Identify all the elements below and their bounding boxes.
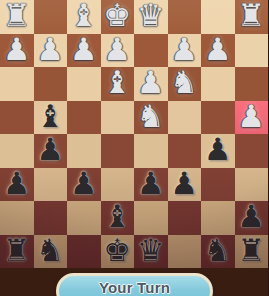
square-e5[interactable] bbox=[101, 134, 135, 168]
square-d3[interactable]: ♟ bbox=[134, 67, 168, 101]
square-g2[interactable]: ♟ bbox=[34, 34, 68, 68]
piece-black-knight[interactable]: ♞ bbox=[204, 233, 232, 267]
square-e4[interactable] bbox=[101, 101, 135, 135]
square-g4[interactable]: ♝ bbox=[34, 101, 68, 135]
piece-black-pawn[interactable]: ♟ bbox=[137, 166, 165, 200]
square-e3[interactable]: ♝ bbox=[101, 67, 135, 101]
piece-white-knight[interactable]: ♞ bbox=[137, 99, 165, 133]
square-g7[interactable] bbox=[34, 201, 68, 235]
piece-black-knight[interactable]: ♞ bbox=[36, 233, 64, 267]
square-d4[interactable]: ♞ bbox=[134, 101, 168, 135]
chess-board: ♜♝♚♛♜♟♟♟♟♟♟♝♟♞♝♞♟♟♟♟♟♟♟♝♟♜♞♚♛♞♜ bbox=[0, 0, 268, 268]
square-h5[interactable] bbox=[0, 134, 34, 168]
square-e8[interactable]: ♚ bbox=[101, 235, 135, 269]
square-d7[interactable] bbox=[134, 201, 168, 235]
square-e7[interactable]: ♝ bbox=[101, 201, 135, 235]
piece-white-pawn[interactable]: ♟ bbox=[170, 32, 198, 66]
square-d5[interactable] bbox=[134, 134, 168, 168]
square-h3[interactable] bbox=[0, 67, 34, 101]
turn-banner: Your Turn bbox=[56, 273, 213, 296]
square-c1[interactable] bbox=[168, 0, 202, 34]
turn-banner-label: Your Turn bbox=[99, 279, 170, 296]
square-g1[interactable] bbox=[34, 0, 68, 34]
piece-black-bishop[interactable]: ♝ bbox=[103, 200, 131, 234]
square-a7[interactable]: ♟ bbox=[235, 201, 269, 235]
square-g5[interactable]: ♟ bbox=[34, 134, 68, 168]
square-c2[interactable]: ♟ bbox=[168, 34, 202, 68]
piece-white-rook[interactable]: ♜ bbox=[3, 0, 31, 32]
piece-white-pawn[interactable]: ♟ bbox=[204, 32, 232, 66]
piece-white-king[interactable]: ♚ bbox=[103, 0, 131, 32]
square-a4-lastmove-highlight[interactable]: ♟ bbox=[235, 101, 269, 135]
square-d6[interactable]: ♟ bbox=[134, 168, 168, 202]
piece-white-pawn[interactable]: ♟ bbox=[36, 32, 64, 66]
piece-black-pawn[interactable]: ♟ bbox=[3, 166, 31, 200]
square-f2[interactable]: ♟ bbox=[67, 34, 101, 68]
piece-white-bishop[interactable]: ♝ bbox=[103, 66, 131, 100]
piece-black-pawn[interactable]: ♟ bbox=[170, 166, 198, 200]
square-a5[interactable] bbox=[235, 134, 269, 168]
square-h1[interactable]: ♜ bbox=[0, 0, 34, 34]
square-c3[interactable]: ♞ bbox=[168, 67, 202, 101]
square-b1[interactable] bbox=[201, 0, 235, 34]
square-g8[interactable]: ♞ bbox=[34, 235, 68, 269]
square-a2[interactable] bbox=[235, 34, 269, 68]
square-f8[interactable] bbox=[67, 235, 101, 269]
square-b3[interactable] bbox=[201, 67, 235, 101]
piece-white-pawn[interactable]: ♟ bbox=[103, 32, 131, 66]
piece-white-queen[interactable]: ♛ bbox=[137, 0, 165, 32]
piece-black-king[interactable]: ♚ bbox=[103, 233, 131, 267]
piece-white-pawn[interactable]: ♟ bbox=[70, 32, 98, 66]
square-f6[interactable]: ♟ bbox=[67, 168, 101, 202]
square-f5[interactable] bbox=[67, 134, 101, 168]
square-g6[interactable] bbox=[34, 168, 68, 202]
square-d8[interactable]: ♛ bbox=[134, 235, 168, 269]
square-e2[interactable]: ♟ bbox=[101, 34, 135, 68]
square-f3[interactable] bbox=[67, 67, 101, 101]
piece-black-pawn[interactable]: ♟ bbox=[36, 133, 64, 167]
square-e6[interactable] bbox=[101, 168, 135, 202]
piece-white-knight[interactable]: ♞ bbox=[170, 66, 198, 100]
piece-black-pawn[interactable]: ♟ bbox=[204, 133, 232, 167]
piece-black-bishop[interactable]: ♝ bbox=[36, 99, 64, 133]
square-h6[interactable]: ♟ bbox=[0, 168, 34, 202]
square-c7[interactable] bbox=[168, 201, 202, 235]
piece-white-pawn[interactable]: ♟ bbox=[137, 66, 165, 100]
square-a1[interactable]: ♜ bbox=[235, 0, 269, 34]
square-h4[interactable] bbox=[0, 101, 34, 135]
square-f1[interactable]: ♝ bbox=[67, 0, 101, 34]
square-b8[interactable]: ♞ bbox=[201, 235, 235, 269]
piece-black-pawn[interactable]: ♟ bbox=[70, 166, 98, 200]
piece-black-rook[interactable]: ♜ bbox=[3, 233, 31, 267]
app-screen: ♜♝♚♛♜♟♟♟♟♟♟♝♟♞♝♞♟♟♟♟♟♟♟♝♟♜♞♚♛♞♜ Your Tur… bbox=[0, 0, 268, 296]
square-h2[interactable]: ♟ bbox=[0, 34, 34, 68]
square-b5[interactable]: ♟ bbox=[201, 134, 235, 168]
piece-black-pawn[interactable]: ♟ bbox=[237, 200, 265, 234]
piece-white-pawn[interactable]: ♟ bbox=[237, 99, 265, 133]
square-c4[interactable] bbox=[168, 101, 202, 135]
piece-black-queen[interactable]: ♛ bbox=[137, 233, 165, 267]
square-a6[interactable] bbox=[235, 168, 269, 202]
square-b2[interactable]: ♟ bbox=[201, 34, 235, 68]
square-c8[interactable] bbox=[168, 235, 202, 269]
square-h8[interactable]: ♜ bbox=[0, 235, 34, 269]
square-b7[interactable] bbox=[201, 201, 235, 235]
square-b4[interactable] bbox=[201, 101, 235, 135]
square-e1[interactable]: ♚ bbox=[101, 0, 135, 34]
square-a8[interactable]: ♜ bbox=[235, 235, 269, 269]
square-h7[interactable] bbox=[0, 201, 34, 235]
square-f4[interactable] bbox=[67, 101, 101, 135]
piece-white-bishop[interactable]: ♝ bbox=[70, 0, 98, 32]
square-g3[interactable] bbox=[34, 67, 68, 101]
square-d1[interactable]: ♛ bbox=[134, 0, 168, 34]
piece-black-rook[interactable]: ♜ bbox=[237, 233, 265, 267]
square-a3[interactable] bbox=[235, 67, 269, 101]
square-c5[interactable] bbox=[168, 134, 202, 168]
piece-white-rook[interactable]: ♜ bbox=[237, 0, 265, 32]
square-d2[interactable] bbox=[134, 34, 168, 68]
piece-white-pawn[interactable]: ♟ bbox=[3, 32, 31, 66]
square-c6[interactable]: ♟ bbox=[168, 168, 202, 202]
square-b6[interactable] bbox=[201, 168, 235, 202]
square-f7[interactable] bbox=[67, 201, 101, 235]
